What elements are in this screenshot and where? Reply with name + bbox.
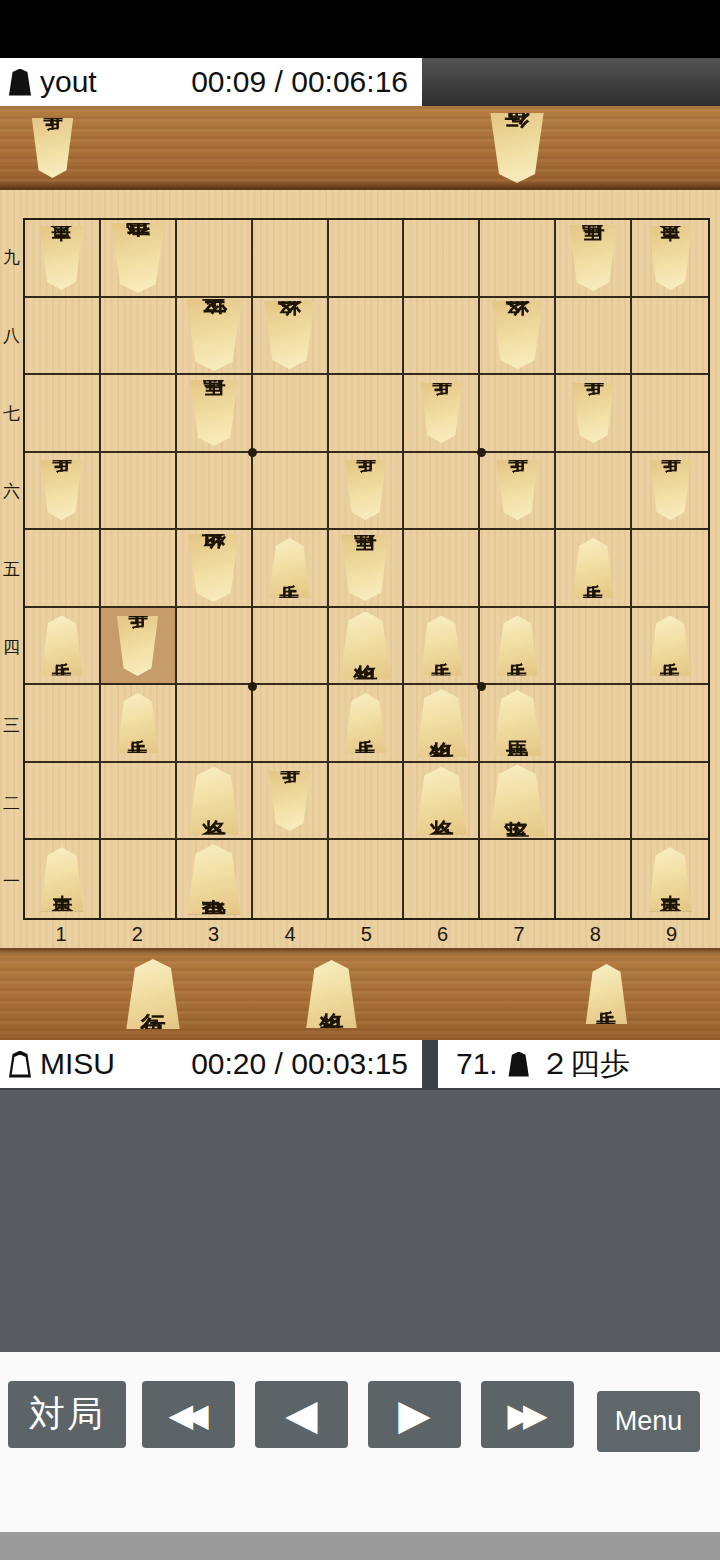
shogi-piece-gote[interactable]: 歩兵 — [584, 964, 629, 1024]
shogi-piece-sente[interactable]: 歩兵 — [495, 460, 540, 520]
board-cell-5二[interactable] — [329, 763, 405, 841]
shogi-piece-gote[interactable]: 歩兵 — [115, 693, 160, 753]
board-cell-8八[interactable] — [556, 298, 632, 376]
double-right-arrow-icon: ▶▶ — [507, 1399, 547, 1431]
board-cell-6三[interactable]: 銀将 — [404, 685, 480, 763]
board-cell-2四[interactable]: 歩兵 — [101, 608, 177, 686]
rank-labels: 九八七六五四三二一 — [0, 218, 23, 920]
board-cell-8九[interactable]: 桂馬 — [556, 220, 632, 298]
piece-kanji: 王将 — [201, 333, 227, 337]
rank-label-七: 七 — [0, 402, 23, 425]
board-cell-3二[interactable]: 金将 — [177, 763, 253, 841]
file-label-1: 1 — [41, 923, 81, 946]
file-label-9: 9 — [652, 923, 692, 946]
rank-label-五: 五 — [0, 558, 23, 581]
board-cell-4五[interactable]: 歩兵 — [253, 530, 329, 608]
shogi-piece-gote[interactable]: 歩兵 — [495, 616, 540, 676]
shogi-piece-sente[interactable]: 歩兵 — [419, 383, 464, 443]
shogi-piece-gote[interactable]: 歩兵 — [571, 538, 616, 598]
shogi-piece-gote[interactable]: 銀将 — [338, 612, 393, 680]
board-cell-4三[interactable] — [253, 685, 329, 763]
board-cell-2六[interactable] — [101, 453, 177, 531]
piece-kanji: 金将 — [278, 333, 302, 337]
board-cell-4七[interactable] — [253, 375, 329, 453]
shogi-piece-gote[interactable]: 歩兵 — [343, 693, 388, 753]
file-label-3: 3 — [194, 923, 234, 946]
shogi-piece-sente[interactable]: 歩兵 — [571, 383, 616, 443]
board-cell-8七[interactable]: 歩兵 — [556, 375, 632, 453]
board-cell-6七[interactable]: 歩兵 — [404, 375, 480, 453]
piece-kanji: 飛車 — [125, 256, 150, 260]
piece-kanji: 金将 — [202, 799, 226, 803]
board-cell-9六[interactable]: 歩兵 — [632, 453, 708, 531]
piece-kanji: 歩兵 — [280, 566, 300, 570]
board-cell-3三[interactable] — [177, 685, 253, 763]
right-arrow-icon: ▶ — [398, 1394, 430, 1436]
top-player-bar: yout 00:09 / 00:06:16 — [0, 58, 422, 106]
shogi-piece-gote[interactable]: 歩兵 — [39, 616, 84, 676]
step-back-button[interactable]: ◀ — [255, 1381, 348, 1448]
file-label-2: 2 — [117, 923, 157, 946]
board-cell-6六[interactable] — [404, 453, 480, 531]
shogi-piece-gote[interactable]: 歩兵 — [267, 538, 312, 598]
board-cell-1六[interactable]: 歩兵 — [25, 453, 101, 531]
piece-kanji: 桂馬 — [354, 566, 377, 570]
board-cell-1七[interactable] — [25, 375, 101, 453]
board-cell-1三[interactable] — [25, 685, 101, 763]
board-cell-1五[interactable] — [25, 530, 101, 608]
board-cell-2七[interactable] — [101, 375, 177, 453]
board-cell-5一[interactable] — [329, 840, 405, 918]
board-cell-7八[interactable]: 金将 — [480, 298, 556, 376]
piece-kanji: 香車 — [51, 877, 72, 881]
board-cell-3七[interactable]: 桂馬 — [177, 375, 253, 453]
star-point — [477, 448, 486, 457]
board-cell-1二[interactable] — [25, 763, 101, 841]
status-bar — [0, 0, 720, 58]
shogi-piece-sente[interactable]: 金将 — [490, 301, 545, 369]
last-move-panel: 71. ２四歩 — [438, 1040, 720, 1088]
rewind-fast-button[interactable]: ◀◀ — [142, 1381, 235, 1448]
menu-button[interactable]: Menu — [597, 1391, 700, 1452]
shogi-piece-sente[interactable]: 飛車 — [109, 223, 167, 293]
piece-kanji: 香車 — [660, 877, 681, 881]
top-bar-spacer — [422, 58, 720, 106]
board-cell-3六[interactable] — [177, 453, 253, 531]
board-cell-2一[interactable] — [101, 840, 177, 918]
piece-kanji: 銀将 — [353, 644, 377, 648]
piece-kanji: 歩兵 — [280, 799, 300, 803]
board-cell-9八[interactable] — [632, 298, 708, 376]
shogi-piece-sente[interactable]: 歩兵 — [267, 771, 312, 831]
shogi-piece-gote[interactable]: 歩兵 — [419, 616, 464, 676]
board-cell-3八[interactable]: 王将 — [177, 298, 253, 376]
board-cell-7四[interactable]: 歩兵 — [480, 608, 556, 686]
bottom-player-time: 00:20 / 00:03:15 — [191, 1047, 408, 1081]
file-label-5: 5 — [346, 923, 386, 946]
rank-label-一: 一 — [0, 870, 23, 893]
shogi-piece-sente[interactable]: 角行 — [488, 113, 546, 183]
board-cell-5九[interactable] — [329, 220, 405, 298]
file-label-6: 6 — [423, 923, 463, 946]
shogi-piece-sente[interactable]: 王将 — [184, 299, 244, 371]
piece-kanji: 歩兵 — [507, 644, 527, 648]
board-cell-7二[interactable]: 玉将 — [480, 763, 556, 841]
piece-kanji: 歩兵 — [660, 644, 680, 648]
piece-kanji: 歩兵 — [583, 566, 603, 570]
shogi-piece-gote[interactable]: 銀将 — [414, 689, 469, 757]
piece-kanji: 銀将 — [429, 721, 453, 725]
file-label-7: 7 — [499, 923, 539, 946]
board-cell-5五[interactable]: 桂馬 — [329, 530, 405, 608]
shogi-piece-sente[interactable]: 香車 — [647, 226, 694, 290]
board-cell-6二[interactable]: 金将 — [404, 763, 480, 841]
board-cell-1九[interactable]: 香車 — [25, 220, 101, 298]
board-cell-8三[interactable] — [556, 685, 632, 763]
shogi-piece-sente[interactable]: 桂馬 — [339, 535, 391, 601]
board-cell-2八[interactable] — [101, 298, 177, 376]
board-cell-5三[interactable]: 歩兵 — [329, 685, 405, 763]
piece-kanji: 歩兵 — [431, 644, 451, 648]
board-cell-1一[interactable]: 香車 — [25, 840, 101, 918]
black-shogi-piece-icon — [8, 69, 32, 96]
double-left-arrow-icon: ◀◀ — [168, 1399, 208, 1431]
piece-kanji: 金将 — [505, 333, 529, 337]
shogi-piece-gote[interactable]: 銀将 — [304, 960, 359, 1028]
rank-label-三: 三 — [0, 714, 23, 737]
board-cell-2二[interactable] — [101, 763, 177, 841]
shogi-piece-gote[interactable]: 飛車 — [185, 844, 243, 914]
file-label-8: 8 — [575, 923, 615, 946]
board-cell-5四[interactable]: 銀将 — [329, 608, 405, 686]
board-cell-6一[interactable] — [404, 840, 480, 918]
shogi-piece-sente[interactable]: 金将 — [262, 301, 317, 369]
board-panel: 九八七六五四三二一 香車飛車桂馬香車王将金将金将桂馬歩兵歩兵歩兵歩兵歩兵歩兵銀将… — [0, 190, 720, 948]
rank-label-八: 八 — [0, 324, 23, 347]
board-cell-3四[interactable] — [177, 608, 253, 686]
bottom-player-name: MISU — [40, 1047, 115, 1081]
piece-kanji: 歩兵 — [52, 488, 72, 492]
piece-kanji: 歩兵 — [583, 411, 603, 415]
forward-fast-button[interactable]: ▶▶ — [481, 1381, 574, 1448]
shogi-piece-gote[interactable]: 香車 — [38, 847, 85, 911]
board-cell-7五[interactable] — [480, 530, 556, 608]
piece-kanji: 銀将 — [320, 992, 344, 996]
board-cell-3一[interactable]: 飛車 — [177, 840, 253, 918]
piece-kanji: 桂馬 — [582, 256, 605, 260]
shogi-piece-gote[interactable]: 香車 — [647, 847, 694, 911]
piece-kanji: 角行 — [141, 992, 166, 996]
board-cell-7三[interactable]: 桂馬 — [480, 685, 556, 763]
piece-kanji: 歩兵 — [355, 488, 375, 492]
move-number: 71. — [456, 1047, 498, 1081]
board-grid[interactable]: 香車飛車桂馬香車王将金将金将桂馬歩兵歩兵歩兵歩兵歩兵歩兵銀将歩兵桂馬歩兵歩兵歩兵… — [23, 218, 710, 920]
top-player-name: yout — [40, 65, 97, 99]
piece-kanji: 香車 — [51, 256, 72, 260]
board-cell-8五[interactable]: 歩兵 — [556, 530, 632, 608]
board-cell-9四[interactable]: 歩兵 — [632, 608, 708, 686]
piece-kanji: 歩兵 — [52, 644, 72, 648]
shogi-piece-gote[interactable]: 玉将 — [487, 765, 547, 837]
board-cell-1四[interactable]: 歩兵 — [25, 608, 101, 686]
board-cell-9七[interactable] — [632, 375, 708, 453]
shogi-piece-gote[interactable]: 金将 — [414, 767, 469, 835]
piece-kanji: 香車 — [660, 256, 681, 260]
board-cell-6八[interactable] — [404, 298, 480, 376]
bottom-player-bar: MISU 00:20 / 00:03:15 — [0, 1040, 422, 1088]
move-text: ２四歩 — [540, 1044, 630, 1085]
board-cell-4八[interactable]: 金将 — [253, 298, 329, 376]
top-player-time: 00:09 / 00:06:16 — [191, 65, 408, 99]
left-arrow-icon: ◀ — [285, 1394, 317, 1436]
rank-label-六: 六 — [0, 480, 23, 503]
board-cell-6五[interactable] — [404, 530, 480, 608]
rank-label-四: 四 — [0, 636, 23, 659]
board-cell-1八[interactable] — [25, 298, 101, 376]
piece-kanji: 歩兵 — [128, 644, 148, 648]
move-list-panel — [0, 1090, 720, 1352]
piece-kanji: 歩兵 — [597, 992, 617, 996]
piece-kanji: 桂馬 — [202, 411, 225, 415]
white-shogi-piece-icon — [8, 1051, 32, 1078]
board-cell-4六[interactable] — [253, 453, 329, 531]
board-cell-9二[interactable] — [632, 763, 708, 841]
star-point — [477, 682, 486, 691]
piece-kanji: 角行 — [505, 146, 530, 150]
shogi-piece-sente[interactable]: 桂馬 — [188, 380, 240, 446]
shogi-piece-sente[interactable]: 桂馬 — [567, 225, 619, 291]
piece-kanji: 歩兵 — [431, 411, 451, 415]
shogi-piece-gote[interactable]: 金将 — [186, 767, 241, 835]
board-cell-7七[interactable] — [480, 375, 556, 453]
shogi-piece-gote[interactable]: 歩兵 — [648, 616, 693, 676]
piece-kanji: 歩兵 — [660, 488, 680, 492]
shogi-piece-gote[interactable]: 角行 — [124, 959, 182, 1029]
bottom-strip — [0, 1532, 720, 1560]
board-cell-5八[interactable] — [329, 298, 405, 376]
board-cell-9一[interactable]: 香車 — [632, 840, 708, 918]
shogi-app: yout 00:09 / 00:06:16 歩兵角行 九八七六五四三二一 香車飛… — [0, 0, 720, 1560]
board-cell-2五[interactable] — [101, 530, 177, 608]
piece-kanji: 歩兵 — [507, 488, 527, 492]
board-cell-3九[interactable] — [177, 220, 253, 298]
board-cell-4九[interactable] — [253, 220, 329, 298]
piece-kanji: 玉将 — [504, 799, 530, 803]
shogi-piece-sente[interactable]: 歩兵 — [115, 616, 160, 676]
shogi-piece-sente[interactable]: 歩兵 — [648, 460, 693, 520]
shogi-piece-sente[interactable]: 銀将 — [186, 534, 241, 602]
shogi-piece-sente[interactable]: 歩兵 — [39, 460, 84, 520]
gote-captured-tray: 角行銀将歩兵 — [0, 948, 720, 1040]
shogi-piece-gote[interactable]: 桂馬 — [491, 690, 543, 756]
board-cell-7九[interactable] — [480, 220, 556, 298]
board-cell-6九[interactable] — [404, 220, 480, 298]
board-cell-4二[interactable]: 歩兵 — [253, 763, 329, 841]
board-cell-3五[interactable]: 銀将 — [177, 530, 253, 608]
board-cell-8六[interactable] — [556, 453, 632, 531]
board-cell-4一[interactable] — [253, 840, 329, 918]
board-cell-9三[interactable] — [632, 685, 708, 763]
new-game-button[interactable]: 対局 — [8, 1381, 126, 1448]
piece-kanji: 歩兵 — [128, 721, 148, 725]
rank-label-九: 九 — [0, 246, 23, 269]
board-cell-9五[interactable] — [632, 530, 708, 608]
star-point — [248, 682, 257, 691]
board-cell-8一[interactable] — [556, 840, 632, 918]
board-cell-5六[interactable]: 歩兵 — [329, 453, 405, 531]
shogi-piece-sente[interactable]: 歩兵 — [30, 118, 75, 178]
piece-kanji: 金将 — [429, 799, 453, 803]
star-point — [248, 448, 257, 457]
piece-kanji: 歩兵 — [355, 721, 375, 725]
board-cell-8四[interactable] — [556, 608, 632, 686]
board-cell-6四[interactable]: 歩兵 — [404, 608, 480, 686]
file-labels: 123456789 — [23, 920, 710, 948]
file-label-4: 4 — [270, 923, 310, 946]
board-cell-2九[interactable]: 飛車 — [101, 220, 177, 298]
sente-captured-tray: 歩兵角行 — [0, 106, 720, 190]
piece-kanji: 歩兵 — [43, 146, 63, 150]
piece-kanji: 飛車 — [201, 877, 226, 881]
shogi-piece-sente[interactable]: 歩兵 — [343, 460, 388, 520]
board-cell-2三[interactable]: 歩兵 — [101, 685, 177, 763]
piece-kanji: 銀将 — [202, 566, 226, 570]
board-cell-4四[interactable] — [253, 608, 329, 686]
piece-kanji: 桂馬 — [506, 721, 529, 725]
shogi-piece-sente[interactable]: 香車 — [38, 226, 85, 290]
black-shogi-piece-icon — [508, 1052, 530, 1077]
step-forward-button[interactable]: ▶ — [368, 1381, 461, 1448]
board-cell-5七[interactable] — [329, 375, 405, 453]
board-cell-7一[interactable] — [480, 840, 556, 918]
board-cell-9九[interactable]: 香車 — [632, 220, 708, 298]
rank-label-二: 二 — [0, 792, 23, 815]
board-cell-8二[interactable] — [556, 763, 632, 841]
board-cell-7六[interactable]: 歩兵 — [480, 453, 556, 531]
